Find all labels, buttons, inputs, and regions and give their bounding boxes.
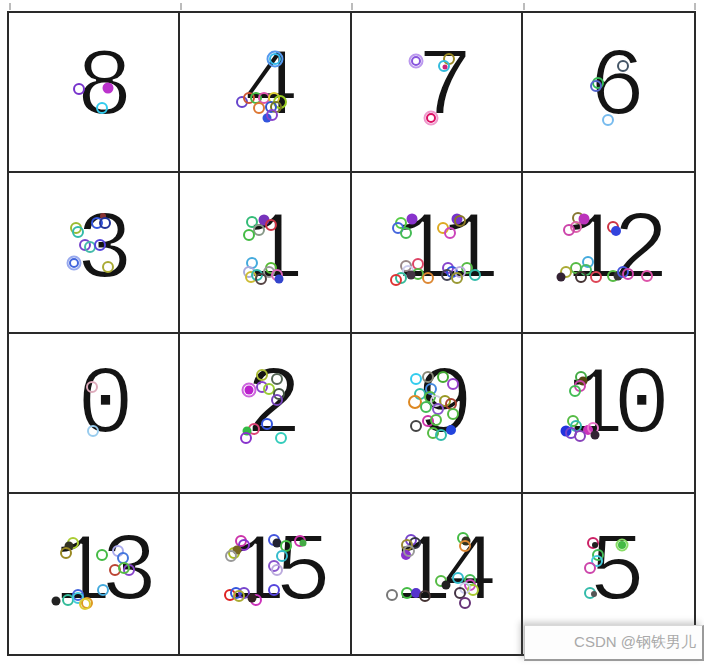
digit-1: 1 — [235, 204, 293, 300]
axis-tick — [351, 3, 353, 10]
digit-4: 4 — [231, 41, 289, 137]
cell-12[interactable]: 12 — [523, 173, 694, 333]
cell-14[interactable]: 14 — [352, 494, 523, 654]
digit-0: 0 — [66, 359, 124, 455]
digit-3: 3 — [65, 204, 123, 300]
watermark-text: CSDN @钢铁男儿 — [574, 633, 696, 652]
axis-tick — [694, 3, 696, 10]
digit-5: 5 — [578, 526, 636, 622]
cell-1[interactable]: 1 — [180, 173, 351, 333]
cell-2[interactable]: 2 — [180, 334, 351, 494]
cell-8[interactable]: 8 — [9, 13, 180, 173]
cell-6[interactable]: 6 — [523, 13, 694, 173]
cell-10[interactable]: 10 — [523, 334, 694, 494]
figure: 8476311112029101315145 CSDN @钢铁男儿 — [0, 0, 704, 665]
cell-4[interactable]: 4 — [180, 13, 351, 173]
digit-11: 11 — [384, 204, 488, 300]
digit-12: 12 — [554, 204, 658, 300]
digit-14: 14 — [383, 526, 487, 622]
axis-tick — [180, 3, 182, 10]
digit-7: 7 — [405, 41, 463, 137]
digit-15: 15 — [217, 526, 321, 622]
digit-13: 13 — [43, 526, 147, 622]
digit-6: 6 — [578, 41, 636, 137]
digit-10: 10 — [555, 359, 659, 455]
digit-8: 8 — [65, 41, 123, 137]
axis-tick — [523, 3, 525, 10]
axis-tick — [9, 3, 11, 10]
csdn-watermark: CSDN @钢铁男儿 — [524, 625, 704, 661]
cell-13[interactable]: 13 — [9, 494, 180, 654]
cell-9[interactable]: 9 — [352, 334, 523, 494]
cell-3[interactable]: 3 — [9, 173, 180, 333]
digit-9: 9 — [405, 359, 463, 455]
cell-11[interactable]: 11 — [352, 173, 523, 333]
cell-15[interactable]: 15 — [180, 494, 351, 654]
cell-7[interactable]: 7 — [352, 13, 523, 173]
board: 8476311112029101315145 — [7, 11, 696, 656]
digit-2: 2 — [234, 359, 292, 455]
cell-0[interactable]: 0 — [9, 334, 180, 494]
